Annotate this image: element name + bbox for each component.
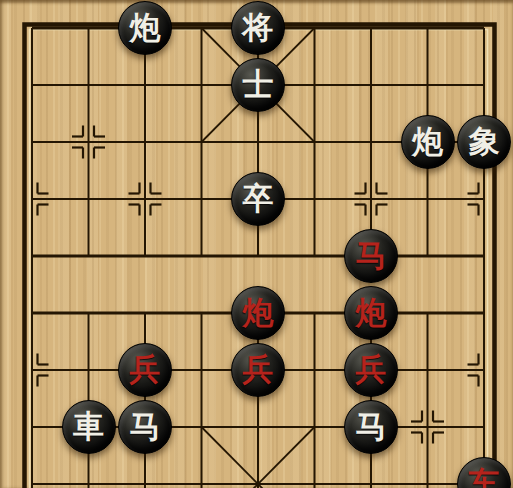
piece-red-soldier[interactable]: 兵 xyxy=(118,343,172,397)
piece-red-soldier[interactable]: 兵 xyxy=(344,343,398,397)
piece-label: 马 xyxy=(356,400,387,452)
piece-black-soldier[interactable]: 卒 xyxy=(231,172,285,226)
piece-red-horse[interactable]: 马 xyxy=(344,229,398,283)
xiangqi-board: 炮将士炮象卒马炮炮兵兵兵車马马车 xyxy=(0,0,513,488)
piece-red-cannon[interactable]: 炮 xyxy=(231,286,285,340)
piece-label: 兵 xyxy=(130,343,161,395)
piece-black-cannon[interactable]: 炮 xyxy=(118,1,172,55)
piece-label: 炮 xyxy=(243,286,274,338)
piece-label: 将 xyxy=(243,1,274,53)
piece-black-cannon[interactable]: 炮 xyxy=(401,115,455,169)
piece-label: 马 xyxy=(356,229,387,281)
piece-label: 马 xyxy=(130,400,161,452)
piece-label: 車 xyxy=(73,400,104,452)
piece-black-horse[interactable]: 马 xyxy=(344,400,398,454)
piece-label: 象 xyxy=(469,115,500,167)
piece-black-advisor[interactable]: 士 xyxy=(231,58,285,112)
piece-label: 卒 xyxy=(243,172,274,224)
piece-label: 兵 xyxy=(356,343,387,395)
piece-red-cannon[interactable]: 炮 xyxy=(344,286,398,340)
piece-label: 炮 xyxy=(130,1,161,53)
piece-label: 士 xyxy=(243,58,274,110)
piece-black-elephant[interactable]: 象 xyxy=(457,115,511,169)
piece-black-general[interactable]: 将 xyxy=(231,1,285,55)
piece-grid: 炮将士炮象卒马炮炮兵兵兵車马马车 xyxy=(4,0,513,488)
piece-black-chariot[interactable]: 車 xyxy=(62,400,116,454)
piece-label: 车 xyxy=(469,457,500,488)
piece-label: 兵 xyxy=(243,343,274,395)
piece-red-soldier[interactable]: 兵 xyxy=(231,343,285,397)
piece-label: 炮 xyxy=(356,286,387,338)
piece-black-horse[interactable]: 马 xyxy=(118,400,172,454)
piece-red-chariot[interactable]: 车 xyxy=(457,457,511,488)
piece-label: 炮 xyxy=(412,115,443,167)
